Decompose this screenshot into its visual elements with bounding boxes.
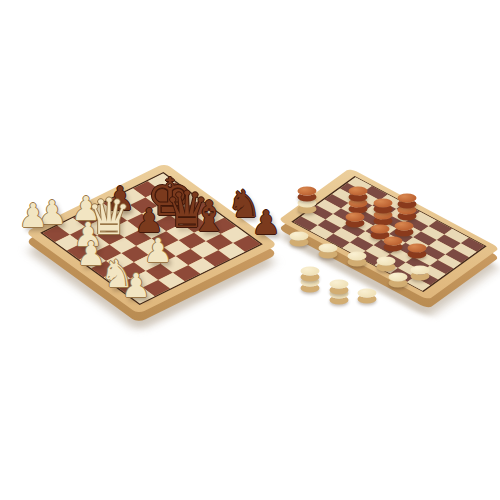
checker-disc-white — [301, 278, 320, 287]
checker-disc-white — [330, 280, 349, 289]
checker-disc-white — [330, 290, 349, 299]
chess-board-top — [25, 163, 278, 314]
checkers-board-grid — [291, 176, 486, 292]
checker-disc-white — [301, 267, 320, 276]
product-photo-scene: ♟♚♞♟♟♟♛♟♝♟♛♟♟♟♞♟ — [0, 0, 500, 500]
checker-disc-white — [358, 289, 377, 298]
